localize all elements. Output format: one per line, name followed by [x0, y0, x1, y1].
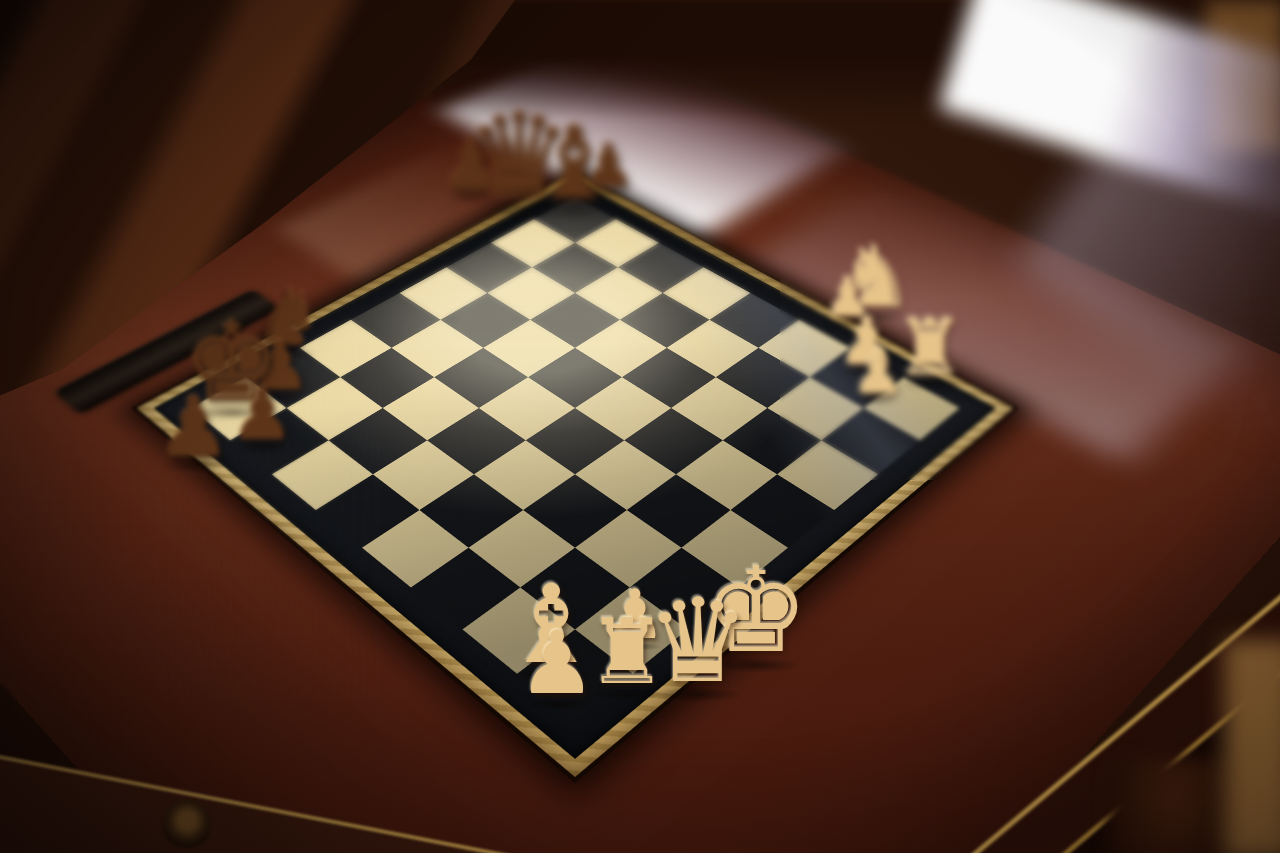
black-pawn-a6[interactable]: ♟	[230, 379, 294, 450]
black-bishop-h7[interactable]: ♝	[529, 113, 620, 214]
floor-patch-top-right	[1205, 0, 1280, 150]
table-leg	[1108, 758, 1243, 853]
window-reflection	[939, 0, 1280, 222]
white-rook-h4[interactable]: ♜	[895, 309, 965, 387]
floor-patch-bottom-right	[1225, 640, 1280, 853]
chess-table-photo: ♟♛♝♟♞♚♟♟♟♞♟♟♟♜♝♟♟♜♛♚	[0, 0, 1280, 853]
white-queen-d1[interactable]: ♛	[646, 583, 750, 699]
white-pawn-g3[interactable]: ♟	[852, 343, 905, 402]
white-pawn-b1[interactable]: ♟	[518, 620, 596, 707]
black-pawn-a5[interactable]: ♟	[157, 386, 231, 469]
